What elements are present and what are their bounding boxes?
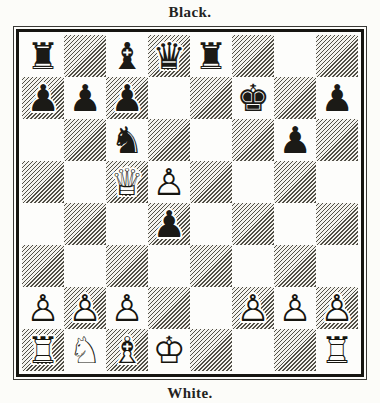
white-rook: ♜♖ — [316, 329, 358, 371]
square-c5: ♛♕ — [106, 161, 148, 203]
square-c1: ♝♗ — [106, 329, 148, 371]
white-pawn: ♟♙ — [106, 287, 148, 329]
white-pawn-outline: ♙ — [148, 161, 190, 203]
square-b2: ♟♙ — [64, 287, 106, 329]
square-e1 — [190, 329, 232, 371]
square-c4 — [106, 203, 148, 245]
white-king-outline: ♔ — [148, 329, 190, 371]
square-a3 — [22, 245, 64, 287]
square-g2: ♟♙ — [274, 287, 316, 329]
square-d8: ♛ — [148, 35, 190, 77]
square-e6 — [190, 119, 232, 161]
square-c8: ♝ — [106, 35, 148, 77]
square-b3 — [64, 245, 106, 287]
white-queen: ♛♕ — [106, 161, 148, 203]
white-pawn: ♟♙ — [22, 287, 64, 329]
white-knight-outline: ♘ — [64, 329, 106, 371]
black-pawn: ♟ — [64, 77, 106, 119]
white-bishop: ♝♗ — [106, 329, 148, 371]
white-pawn: ♟♙ — [274, 287, 316, 329]
white-rook: ♜♖ — [22, 329, 64, 371]
square-d3 — [148, 245, 190, 287]
square-d6 — [148, 119, 190, 161]
white-rook-outline: ♖ — [22, 329, 64, 371]
black-pawn: ♟ — [274, 119, 316, 161]
square-b5 — [64, 161, 106, 203]
black-knight: ♞ — [106, 119, 148, 161]
square-f5 — [232, 161, 274, 203]
white-pawn-outline: ♙ — [316, 287, 358, 329]
black-pawn: ♟ — [316, 77, 358, 119]
chess-board: ♜♝♛♜♟♟♟♚♟♞♟♛♕♟♙♟♟♙♟♙♟♙♟♙♟♙♟♙♜♖♞♘♝♗♚♔♜♖ — [22, 35, 358, 371]
square-h2: ♟♙ — [316, 287, 358, 329]
square-d4: ♟ — [148, 203, 190, 245]
square-d2 — [148, 287, 190, 329]
square-g7 — [274, 77, 316, 119]
black-pawn: ♟ — [106, 77, 148, 119]
white-pawn-outline: ♙ — [274, 287, 316, 329]
square-f2: ♟♙ — [232, 287, 274, 329]
square-c2: ♟♙ — [106, 287, 148, 329]
black-pawn: ♟ — [148, 203, 190, 245]
square-e7 — [190, 77, 232, 119]
black-rook: ♜ — [190, 35, 232, 77]
square-h1: ♜♖ — [316, 329, 358, 371]
square-g4 — [274, 203, 316, 245]
square-f4 — [232, 203, 274, 245]
square-f8 — [232, 35, 274, 77]
square-f6 — [232, 119, 274, 161]
square-a6 — [22, 119, 64, 161]
white-king: ♚♔ — [148, 329, 190, 371]
book-page: Black. ♜♝♛♜♟♟♟♚♟♞♟♛♕♟♙♟♟♙♟♙♟♙♟♙♟♙♟♙♜♖♞♘♝… — [0, 0, 380, 403]
square-a8: ♜ — [22, 35, 64, 77]
white-pawn: ♟♙ — [64, 287, 106, 329]
square-d5: ♟♙ — [148, 161, 190, 203]
square-e3 — [190, 245, 232, 287]
white-pawn-outline: ♙ — [64, 287, 106, 329]
black-king: ♚ — [232, 77, 274, 119]
black-pawn: ♟ — [22, 77, 64, 119]
square-a1: ♜♖ — [22, 329, 64, 371]
square-b7: ♟ — [64, 77, 106, 119]
square-b1: ♞♘ — [64, 329, 106, 371]
square-d1: ♚♔ — [148, 329, 190, 371]
square-g8 — [274, 35, 316, 77]
square-g5 — [274, 161, 316, 203]
square-h8 — [316, 35, 358, 77]
black-side-label: Black. — [0, 0, 380, 21]
white-pawn: ♟♙ — [232, 287, 274, 329]
square-f3 — [232, 245, 274, 287]
square-a4 — [22, 203, 64, 245]
black-queen: ♛ — [148, 35, 190, 77]
white-pawn: ♟♙ — [316, 287, 358, 329]
square-h5 — [316, 161, 358, 203]
white-rook-outline: ♖ — [316, 329, 358, 371]
white-pawn-outline: ♙ — [232, 287, 274, 329]
square-c6: ♞ — [106, 119, 148, 161]
square-g3 — [274, 245, 316, 287]
square-a2: ♟♙ — [22, 287, 64, 329]
black-rook: ♜ — [22, 35, 64, 77]
black-bishop: ♝ — [106, 35, 148, 77]
white-pawn-outline: ♙ — [106, 287, 148, 329]
square-e2 — [190, 287, 232, 329]
square-f7: ♚ — [232, 77, 274, 119]
board-frame-inner: ♜♝♛♜♟♟♟♚♟♞♟♛♕♟♙♟♟♙♟♙♟♙♟♙♟♙♟♙♜♖♞♘♝♗♚♔♜♖ — [16, 29, 364, 377]
board-frame-outer: ♜♝♛♜♟♟♟♚♟♞♟♛♕♟♙♟♟♙♟♙♟♙♟♙♟♙♟♙♜♖♞♘♝♗♚♔♜♖ — [13, 26, 367, 380]
square-e8: ♜ — [190, 35, 232, 77]
square-h4 — [316, 203, 358, 245]
square-b8 — [64, 35, 106, 77]
square-e5 — [190, 161, 232, 203]
square-c3 — [106, 245, 148, 287]
white-pawn-outline: ♙ — [22, 287, 64, 329]
square-h6 — [316, 119, 358, 161]
square-h7: ♟ — [316, 77, 358, 119]
white-pawn: ♟♙ — [148, 161, 190, 203]
square-h3 — [316, 245, 358, 287]
square-e4 — [190, 203, 232, 245]
square-g6: ♟ — [274, 119, 316, 161]
square-a7: ♟ — [22, 77, 64, 119]
white-side-label: White. — [0, 380, 380, 402]
white-knight: ♞♘ — [64, 329, 106, 371]
white-bishop-outline: ♗ — [106, 329, 148, 371]
square-f1 — [232, 329, 274, 371]
square-a5 — [22, 161, 64, 203]
square-d7 — [148, 77, 190, 119]
square-b6 — [64, 119, 106, 161]
square-g1 — [274, 329, 316, 371]
white-queen-outline: ♕ — [106, 161, 148, 203]
square-c7: ♟ — [106, 77, 148, 119]
square-b4 — [64, 203, 106, 245]
